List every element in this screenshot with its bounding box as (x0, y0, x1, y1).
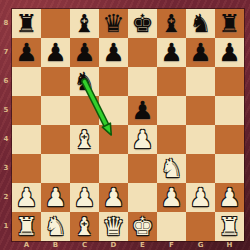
square-e7[interactable] (128, 38, 157, 67)
square-c6[interactable]: ♞ (70, 67, 99, 96)
square-d3[interactable] (99, 154, 128, 183)
square-e1[interactable]: ♚ (128, 212, 157, 241)
piece-white-bishop-c4[interactable]: ♝ (70, 125, 99, 154)
piece-black-pawn-d7[interactable]: ♟ (99, 38, 128, 67)
square-d5[interactable] (99, 96, 128, 125)
rank-label-8: 8 (0, 9, 12, 38)
piece-black-pawn-f7[interactable]: ♟ (157, 38, 186, 67)
piece-white-pawn-g2[interactable]: ♟ (186, 183, 215, 212)
square-e3[interactable] (128, 154, 157, 183)
square-d7[interactable]: ♟ (99, 38, 128, 67)
square-b5[interactable] (41, 96, 70, 125)
square-c3[interactable] (70, 154, 99, 183)
square-g2[interactable]: ♟ (186, 183, 215, 212)
square-f1[interactable] (157, 212, 186, 241)
square-g4[interactable] (186, 125, 215, 154)
piece-white-pawn-e4[interactable]: ♟ (128, 125, 157, 154)
square-g7[interactable]: ♟ (186, 38, 215, 67)
square-h7[interactable]: ♟ (215, 38, 244, 67)
square-e6[interactable] (128, 67, 157, 96)
square-b7[interactable]: ♟ (41, 38, 70, 67)
square-h6[interactable] (215, 67, 244, 96)
rank-label-1: 1 (0, 212, 12, 241)
square-a4[interactable] (12, 125, 41, 154)
square-c4[interactable]: ♝ (70, 125, 99, 154)
piece-black-pawn-h7[interactable]: ♟ (215, 38, 244, 67)
square-a6[interactable] (12, 67, 41, 96)
square-a3[interactable] (12, 154, 41, 183)
piece-black-pawn-c7[interactable]: ♟ (70, 38, 99, 67)
file-label-G: G (186, 241, 215, 250)
square-h4[interactable] (215, 125, 244, 154)
piece-black-pawn-a7[interactable]: ♟ (12, 38, 41, 67)
piece-white-pawn-d2[interactable]: ♟ (99, 183, 128, 212)
rank-label-4: 4 (0, 125, 12, 154)
square-b1[interactable]: ♞ (41, 212, 70, 241)
piece-white-pawn-a2[interactable]: ♟ (12, 183, 41, 212)
piece-white-bishop-c1[interactable]: ♝ (70, 212, 99, 241)
file-label-C: C (70, 241, 99, 250)
rank-label-7: 7 (0, 38, 12, 67)
square-g1[interactable] (186, 212, 215, 241)
square-e5[interactable]: ♟ (128, 96, 157, 125)
square-f5[interactable] (157, 96, 186, 125)
square-f4[interactable] (157, 125, 186, 154)
square-d8[interactable]: ♛ (99, 9, 128, 38)
square-g5[interactable] (186, 96, 215, 125)
piece-black-bishop-f8[interactable]: ♝ (157, 9, 186, 38)
file-label-F: F (157, 241, 186, 250)
square-e2[interactable] (128, 183, 157, 212)
square-e4[interactable]: ♟ (128, 125, 157, 154)
chessboard-frame: 87654321 ABCDEFGH ♜♝♛♚♝♞♜♟♟♟♟♟♟♟♞♟♝♟♞♟♟♟… (0, 0, 250, 250)
square-b2[interactable]: ♟ (41, 183, 70, 212)
piece-black-knight-g8[interactable]: ♞ (186, 9, 215, 38)
square-h8[interactable]: ♜ (215, 9, 244, 38)
piece-white-pawn-f2[interactable]: ♟ (157, 183, 186, 212)
file-label-D: D (99, 241, 128, 250)
rank-label-3: 3 (0, 154, 12, 183)
square-d6[interactable] (99, 67, 128, 96)
square-g6[interactable] (186, 67, 215, 96)
square-d1[interactable]: ♛ (99, 212, 128, 241)
square-f3[interactable]: ♞ (157, 154, 186, 183)
square-a2[interactable]: ♟ (12, 183, 41, 212)
square-a8[interactable]: ♜ (12, 9, 41, 38)
square-d4[interactable] (99, 125, 128, 154)
file-labels: ABCDEFGH (12, 241, 244, 250)
piece-black-king-e8[interactable]: ♚ (128, 9, 157, 38)
square-c8[interactable]: ♝ (70, 9, 99, 38)
piece-white-pawn-c2[interactable]: ♟ (70, 183, 99, 212)
piece-black-pawn-g7[interactable]: ♟ (186, 38, 215, 67)
square-a7[interactable]: ♟ (12, 38, 41, 67)
square-c1[interactable]: ♝ (70, 212, 99, 241)
piece-black-queen-d8[interactable]: ♛ (99, 9, 128, 38)
piece-white-knight-b1[interactable]: ♞ (41, 212, 70, 241)
file-label-A: A (12, 241, 41, 250)
square-f2[interactable]: ♟ (157, 183, 186, 212)
square-b6[interactable] (41, 67, 70, 96)
square-g3[interactable] (186, 154, 215, 183)
piece-white-rook-a1[interactable]: ♜ (12, 212, 41, 241)
square-b4[interactable] (41, 125, 70, 154)
piece-black-rook-h8[interactable]: ♜ (215, 9, 244, 38)
square-h3[interactable] (215, 154, 244, 183)
rank-labels: 87654321 (0, 9, 12, 241)
file-label-B: B (41, 241, 70, 250)
square-f7[interactable]: ♟ (157, 38, 186, 67)
piece-white-pawn-h2[interactable]: ♟ (215, 183, 244, 212)
square-e8[interactable]: ♚ (128, 9, 157, 38)
square-c5[interactable] (70, 96, 99, 125)
file-label-E: E (128, 241, 157, 250)
square-f6[interactable] (157, 67, 186, 96)
rank-label-5: 5 (0, 96, 12, 125)
rank-label-6: 6 (0, 67, 12, 96)
chess-board[interactable]: ♜♝♛♚♝♞♜♟♟♟♟♟♟♟♞♟♝♟♞♟♟♟♟♟♟♟♜♞♝♛♚♜ (12, 9, 244, 241)
piece-white-queen-d1[interactable]: ♛ (99, 212, 128, 241)
square-h2[interactable]: ♟ (215, 183, 244, 212)
piece-white-king-e1[interactable]: ♚ (128, 212, 157, 241)
square-h5[interactable] (215, 96, 244, 125)
piece-white-pawn-b2[interactable]: ♟ (41, 183, 70, 212)
square-a5[interactable] (12, 96, 41, 125)
square-h1[interactable]: ♜ (215, 212, 244, 241)
piece-black-bishop-c8[interactable]: ♝ (70, 9, 99, 38)
rank-label-2: 2 (0, 183, 12, 212)
square-f8[interactable]: ♝ (157, 9, 186, 38)
square-c7[interactable]: ♟ (70, 38, 99, 67)
piece-black-rook-a8[interactable]: ♜ (12, 9, 41, 38)
piece-white-rook-h1[interactable]: ♜ (215, 212, 244, 241)
file-label-H: H (215, 241, 244, 250)
square-d2[interactable]: ♟ (99, 183, 128, 212)
square-c2[interactable]: ♟ (70, 183, 99, 212)
square-g8[interactable]: ♞ (186, 9, 215, 38)
piece-black-knight-c6[interactable]: ♞ (70, 67, 99, 96)
piece-white-knight-f3[interactable]: ♞ (157, 154, 186, 183)
square-b3[interactable] (41, 154, 70, 183)
square-b8[interactable] (41, 9, 70, 38)
piece-black-pawn-b7[interactable]: ♟ (41, 38, 70, 67)
piece-black-pawn-e5[interactable]: ♟ (128, 96, 157, 125)
square-a1[interactable]: ♜ (12, 212, 41, 241)
